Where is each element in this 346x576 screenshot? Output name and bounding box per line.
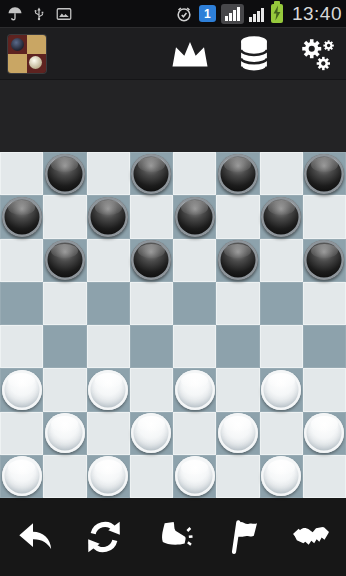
square-r7c7 <box>303 455 346 498</box>
square-r3c6[interactable] <box>260 282 303 325</box>
square-r5c1 <box>43 368 86 411</box>
square-r4c7[interactable] <box>303 325 346 368</box>
square-r2c6 <box>260 239 303 282</box>
square-r2c1[interactable] <box>43 239 86 282</box>
square-r4c1[interactable] <box>43 325 86 368</box>
checkers-app-icon <box>8 35 46 73</box>
square-r5c3 <box>130 368 173 411</box>
white-piece[interactable] <box>304 413 344 453</box>
black-piece[interactable] <box>88 197 128 237</box>
square-r6c5[interactable] <box>216 412 259 455</box>
square-r2c4 <box>173 239 216 282</box>
black-piece[interactable] <box>218 240 258 280</box>
square-r3c5 <box>216 282 259 325</box>
square-r0c2 <box>87 152 130 195</box>
umbrella-icon <box>6 5 24 23</box>
status-icons-right: 1 13:40 <box>174 3 342 25</box>
black-piece[interactable] <box>45 154 85 194</box>
usb-icon <box>31 5 47 23</box>
alarm-icon <box>174 4 194 24</box>
white-piece[interactable] <box>175 370 215 410</box>
refresh-icon[interactable] <box>69 517 138 557</box>
white-piece[interactable] <box>2 456 42 496</box>
status-icons-left <box>6 5 74 23</box>
square-r6c1[interactable] <box>43 412 86 455</box>
white-piece[interactable] <box>2 370 42 410</box>
black-piece[interactable] <box>131 154 171 194</box>
square-r5c0[interactable] <box>0 368 43 411</box>
black-piece[interactable] <box>261 197 301 237</box>
white-piece[interactable] <box>88 456 128 496</box>
white-piece[interactable] <box>261 456 301 496</box>
kick-icon[interactable] <box>138 517 207 557</box>
square-r1c5 <box>216 195 259 238</box>
square-r3c1 <box>43 282 86 325</box>
square-r3c3 <box>130 282 173 325</box>
undo-icon[interactable] <box>0 517 69 557</box>
square-r4c5[interactable] <box>216 325 259 368</box>
square-r5c6[interactable] <box>260 368 303 411</box>
black-piece[interactable] <box>131 240 171 280</box>
square-r5c4[interactable] <box>173 368 216 411</box>
signal-icon <box>249 6 264 22</box>
square-r5c5 <box>216 368 259 411</box>
black-piece[interactable] <box>2 197 42 237</box>
square-r1c2[interactable] <box>87 195 130 238</box>
square-r1c0[interactable] <box>0 195 43 238</box>
white-piece[interactable] <box>218 413 258 453</box>
square-r0c3[interactable] <box>130 152 173 195</box>
square-r1c4[interactable] <box>173 195 216 238</box>
square-r0c4 <box>173 152 216 195</box>
square-r1c3 <box>130 195 173 238</box>
square-r3c2[interactable] <box>87 282 130 325</box>
status-bar: 1 13:40 <box>0 0 346 28</box>
square-r3c0[interactable] <box>0 282 43 325</box>
bottom-action-bar <box>0 498 346 576</box>
black-piece[interactable] <box>218 154 258 194</box>
white-piece[interactable] <box>88 370 128 410</box>
square-r6c3[interactable] <box>130 412 173 455</box>
square-r7c3 <box>130 455 173 498</box>
square-r4c0 <box>0 325 43 368</box>
square-r0c1[interactable] <box>43 152 86 195</box>
square-r3c4[interactable] <box>173 282 216 325</box>
square-r0c0 <box>0 152 43 195</box>
square-r7c2[interactable] <box>87 455 130 498</box>
crown-icon[interactable] <box>170 38 210 70</box>
square-r6c7[interactable] <box>303 412 346 455</box>
app-toolbar <box>0 28 346 80</box>
square-r7c1 <box>43 455 86 498</box>
square-r6c4 <box>173 412 216 455</box>
black-piece[interactable] <box>304 154 344 194</box>
square-r3c7 <box>303 282 346 325</box>
square-r1c1 <box>43 195 86 238</box>
white-piece[interactable] <box>131 413 171 453</box>
square-r4c2 <box>87 325 130 368</box>
square-r2c2 <box>87 239 130 282</box>
square-r5c7 <box>303 368 346 411</box>
status-clock: 13:40 <box>292 3 342 25</box>
square-r7c6[interactable] <box>260 455 303 498</box>
white-piece[interactable] <box>261 370 301 410</box>
square-r0c6 <box>260 152 303 195</box>
square-r4c3[interactable] <box>130 325 173 368</box>
square-r7c5 <box>216 455 259 498</box>
square-r2c0 <box>0 239 43 282</box>
square-r4c6 <box>260 325 303 368</box>
square-r2c7[interactable] <box>303 239 346 282</box>
settings-gears-icon[interactable] <box>298 35 336 73</box>
boxed-signal-icon <box>221 4 244 24</box>
square-r0c7[interactable] <box>303 152 346 195</box>
board <box>0 152 346 498</box>
app-screen: 1 13:40 <box>0 0 346 576</box>
square-r2c3[interactable] <box>130 239 173 282</box>
white-piece[interactable] <box>45 413 85 453</box>
square-r6c2 <box>87 412 130 455</box>
square-r0c5[interactable] <box>216 152 259 195</box>
white-piece[interactable] <box>175 456 215 496</box>
square-r2c5[interactable] <box>216 239 259 282</box>
battery-icon <box>271 4 283 23</box>
flag-icon[interactable] <box>208 517 277 557</box>
black-piece[interactable] <box>175 197 215 237</box>
black-piece[interactable] <box>45 240 85 280</box>
square-r6c0 <box>0 412 43 455</box>
square-r7c0[interactable] <box>0 455 43 498</box>
info-panel <box>0 80 346 152</box>
notification-1-badge: 1 <box>199 5 216 22</box>
gallery-icon <box>54 5 74 23</box>
square-r4c4 <box>173 325 216 368</box>
handshake-icon[interactable] <box>277 517 346 557</box>
black-piece[interactable] <box>304 240 344 280</box>
square-r6c6 <box>260 412 303 455</box>
square-r1c6[interactable] <box>260 195 303 238</box>
square-r1c7 <box>303 195 346 238</box>
square-r7c4[interactable] <box>173 455 216 498</box>
square-r5c2[interactable] <box>87 368 130 411</box>
database-icon[interactable] <box>236 34 272 74</box>
